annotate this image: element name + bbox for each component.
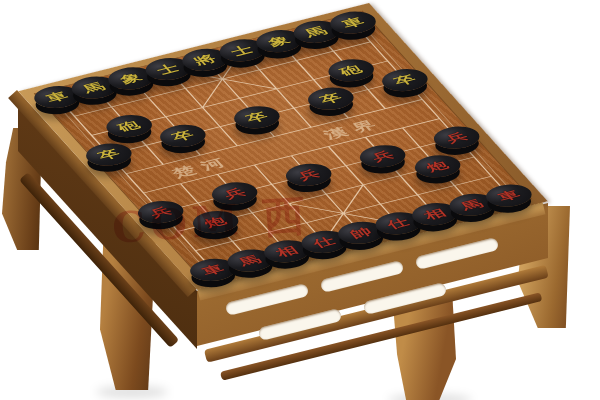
- product-photo-scene: 楚河 漢界 車馬象士將士象馬車砲砲卒卒卒卒卒兵兵兵兵兵炮炮車馬相仕帥仕相馬車 C…: [0, 0, 600, 400]
